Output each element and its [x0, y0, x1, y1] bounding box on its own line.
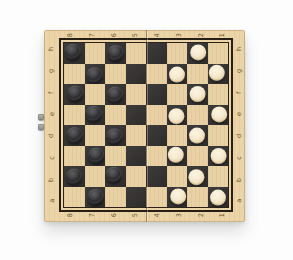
- row-label-h: h: [233, 47, 245, 51]
- square-a3[interactable]: [167, 187, 188, 208]
- photo-scene: 87654321 87654321 hgfedcba hgfedcba: [0, 0, 293, 260]
- piece-white[interactable]: [210, 148, 226, 164]
- square-f7[interactable]: [85, 84, 106, 105]
- piece-black[interactable]: [107, 87, 123, 103]
- square-h8[interactable]: [64, 43, 85, 64]
- square-a4[interactable]: [146, 187, 167, 208]
- square-f6[interactable]: [105, 84, 126, 105]
- col-label-7: 7: [88, 212, 95, 222]
- square-d6[interactable]: [105, 125, 126, 146]
- square-d7[interactable]: [85, 125, 106, 146]
- square-h6[interactable]: [105, 43, 126, 64]
- square-g8[interactable]: [64, 64, 85, 85]
- square-a7[interactable]: [85, 187, 106, 208]
- piece-white[interactable]: [211, 106, 227, 122]
- checkers-board[interactable]: 87654321 87654321 hgfedcba hgfedcba: [44, 30, 245, 222]
- piece-black[interactable]: [88, 147, 104, 163]
- square-a5[interactable]: [126, 187, 147, 208]
- square-g3[interactable]: [167, 64, 188, 85]
- square-g5[interactable]: [126, 64, 147, 85]
- square-b1[interactable]: [208, 166, 229, 187]
- top-coordinate-strip: 87654321: [59, 30, 233, 38]
- square-b7[interactable]: [85, 166, 106, 187]
- col-label-1: 1: [219, 30, 226, 38]
- square-h5[interactable]: [126, 43, 147, 64]
- square-a8[interactable]: [64, 187, 85, 208]
- piece-black[interactable]: [107, 128, 123, 144]
- square-b5[interactable]: [126, 166, 147, 187]
- square-h7[interactable]: [85, 43, 106, 64]
- square-b6[interactable]: [105, 166, 126, 187]
- square-g4[interactable]: [146, 64, 167, 85]
- row-label-a: a: [44, 199, 59, 203]
- piece-black[interactable]: [67, 86, 83, 102]
- square-e7[interactable]: [85, 105, 106, 126]
- piece-white[interactable]: [209, 65, 225, 81]
- square-f3[interactable]: [167, 84, 188, 105]
- piece-white[interactable]: [189, 128, 205, 144]
- square-e4[interactable]: [146, 105, 167, 126]
- col-label-6: 6: [110, 212, 117, 222]
- row-label-b: b: [233, 177, 245, 181]
- square-c7[interactable]: [85, 146, 106, 167]
- right-coordinate-strip: hgfedcba: [233, 38, 245, 212]
- square-a1[interactable]: [208, 187, 229, 208]
- col-label-7: 7: [88, 30, 95, 38]
- square-b4[interactable]: [146, 166, 167, 187]
- square-f2[interactable]: [187, 84, 208, 105]
- square-g7[interactable]: [85, 64, 106, 85]
- square-b3[interactable]: [167, 166, 188, 187]
- square-d1[interactable]: [208, 125, 229, 146]
- row-label-c: c: [233, 156, 245, 160]
- square-b2[interactable]: [187, 166, 208, 187]
- left-coordinate-strip: hgfedcba: [44, 38, 59, 212]
- row-label-g: g: [44, 69, 59, 73]
- square-h2[interactable]: [187, 43, 208, 64]
- square-h4[interactable]: [146, 43, 167, 64]
- piece-black[interactable]: [66, 169, 82, 185]
- square-c4[interactable]: [146, 146, 167, 167]
- square-f1[interactable]: [208, 84, 229, 105]
- col-label-1: 1: [219, 212, 226, 222]
- square-h1[interactable]: [208, 43, 229, 64]
- square-e8[interactable]: [64, 105, 85, 126]
- piece-white[interactable]: [189, 169, 205, 185]
- row-label-f: f: [44, 91, 59, 93]
- square-g2[interactable]: [187, 64, 208, 85]
- square-c1[interactable]: [208, 146, 229, 167]
- piece-black[interactable]: [67, 127, 83, 143]
- col-label-4: 4: [154, 30, 161, 38]
- col-label-8: 8: [67, 30, 74, 38]
- col-label-5: 5: [132, 212, 139, 222]
- square-f4[interactable]: [146, 84, 167, 105]
- square-f8[interactable]: [64, 84, 85, 105]
- piece-black[interactable]: [86, 67, 102, 83]
- row-label-d: d: [44, 134, 59, 138]
- squares-grid[interactable]: [63, 42, 229, 208]
- square-f5[interactable]: [126, 84, 147, 105]
- square-c3[interactable]: [167, 146, 188, 167]
- piece-white[interactable]: [190, 86, 206, 102]
- col-label-4: 4: [154, 212, 161, 222]
- piece-white[interactable]: [168, 147, 184, 163]
- col-label-5: 5: [132, 30, 139, 38]
- square-c6[interactable]: [105, 146, 126, 167]
- square-c8[interactable]: [64, 146, 85, 167]
- square-d8[interactable]: [64, 125, 85, 146]
- col-label-6: 6: [110, 30, 117, 38]
- row-label-c: c: [44, 156, 59, 160]
- square-a2[interactable]: [187, 187, 208, 208]
- square-e2[interactable]: [187, 105, 208, 126]
- piece-black[interactable]: [65, 44, 81, 60]
- piece-white[interactable]: [169, 66, 185, 82]
- col-label-2: 2: [197, 212, 204, 222]
- piece-white[interactable]: [190, 45, 206, 61]
- row-label-f: f: [233, 91, 245, 93]
- square-b8[interactable]: [64, 166, 85, 187]
- col-label-3: 3: [175, 30, 182, 38]
- row-label-e: e: [233, 112, 245, 116]
- square-h3[interactable]: [167, 43, 188, 64]
- square-e6[interactable]: [105, 105, 126, 126]
- square-g1[interactable]: [208, 64, 229, 85]
- playing-area[interactable]: [59, 38, 233, 212]
- row-label-b: b: [44, 177, 59, 181]
- square-g6[interactable]: [105, 64, 126, 85]
- square-c2[interactable]: [187, 146, 208, 167]
- hinge-clasp: [38, 113, 45, 131]
- square-d3[interactable]: [167, 125, 188, 146]
- piece-black[interactable]: [106, 167, 122, 183]
- square-c5[interactable]: [126, 146, 147, 167]
- piece-black[interactable]: [108, 45, 124, 61]
- col-label-2: 2: [197, 30, 204, 38]
- square-d4[interactable]: [146, 125, 167, 146]
- row-label-e: e: [44, 112, 59, 116]
- piece-black[interactable]: [87, 189, 103, 205]
- piece-white[interactable]: [170, 188, 186, 204]
- square-d5[interactable]: [126, 125, 147, 146]
- piece-white[interactable]: [168, 108, 184, 124]
- row-label-h: h: [44, 47, 59, 51]
- bottom-coordinate-strip: 87654321: [59, 212, 233, 222]
- piece-black[interactable]: [86, 106, 102, 122]
- square-e5[interactable]: [126, 105, 147, 126]
- row-label-d: d: [233, 134, 245, 138]
- piece-white[interactable]: [210, 189, 226, 205]
- square-e3[interactable]: [167, 105, 188, 126]
- col-label-3: 3: [175, 212, 182, 222]
- square-d2[interactable]: [187, 125, 208, 146]
- row-label-a: a: [233, 199, 245, 203]
- row-label-g: g: [233, 69, 245, 73]
- col-label-8: 8: [67, 212, 74, 222]
- square-a6[interactable]: [105, 187, 126, 208]
- square-e1[interactable]: [208, 105, 229, 126]
